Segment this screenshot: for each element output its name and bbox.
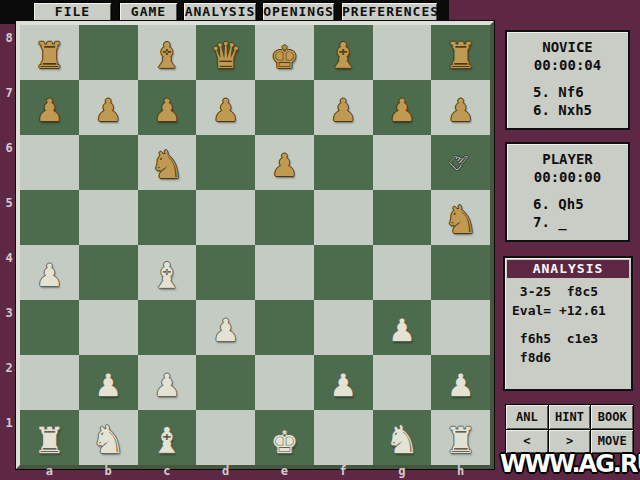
piece-white-knight-b1[interactable]: ♞ — [95, 416, 122, 460]
rank-label-2: 2 — [2, 355, 16, 410]
novice-move-line: 5. Nf6 — [533, 83, 628, 101]
player-move-list: 6. Qh5 7. _ — [507, 195, 628, 231]
square-f4[interactable] — [314, 245, 373, 300]
square-a8[interactable]: ♜ — [20, 25, 79, 80]
menu-analysis[interactable]: ANALYSIS — [183, 2, 257, 22]
piece-white-pawn-a4[interactable]: ♟ — [38, 254, 61, 292]
piece-white-king-e1[interactable]: ♚ — [271, 416, 298, 460]
square-a4[interactable]: ♟ — [20, 245, 79, 300]
square-g1[interactable]: ♞ — [373, 410, 432, 465]
piece-white-pawn-d3[interactable]: ♟ — [214, 309, 237, 347]
analysis-eval-line: Eval= +12.61 — [512, 301, 631, 320]
square-h7[interactable]: ♟ — [431, 80, 490, 135]
piece-white-pawn-f2[interactable]: ♟ — [332, 364, 355, 402]
file-label-a: a — [20, 464, 79, 479]
square-g7[interactable]: ♟ — [373, 80, 432, 135]
square-h1[interactable]: ♜ — [431, 410, 490, 465]
file-label-c: c — [138, 464, 197, 479]
rank-label-7: 7 — [2, 80, 16, 135]
piece-white-pawn-h2[interactable]: ♟ — [449, 364, 472, 402]
square-a1[interactable]: ♜ — [20, 410, 79, 465]
square-d4[interactable] — [196, 245, 255, 300]
piece-black-pawn-b7[interactable]: ♟ — [97, 89, 120, 127]
square-g8[interactable] — [373, 25, 432, 80]
square-e3[interactable] — [255, 300, 314, 355]
player-title: PLAYER — [507, 151, 628, 167]
square-f5[interactable] — [314, 190, 373, 245]
analysis-output: 3-25 f8c5 Eval= +12.61 f6h5 c1e3 f8d6 — [505, 280, 631, 367]
piece-black-bishop-f8[interactable]: ♝ — [330, 31, 357, 75]
player-clock-panel: PLAYER 00:00:00 6. Qh5 7. _ — [505, 142, 630, 242]
rank-label-1: 1 — [2, 410, 16, 465]
square-h5[interactable]: ♞ — [431, 190, 490, 245]
square-e1[interactable]: ♚ — [255, 410, 314, 465]
analysis-pv-line: f8d6 — [512, 348, 631, 367]
book-button[interactable]: BOOK — [591, 405, 633, 429]
piece-white-pawn-c2[interactable]: ♟ — [155, 364, 178, 402]
square-d3[interactable]: ♟ — [196, 300, 255, 355]
square-g5[interactable] — [373, 190, 432, 245]
piece-black-king-e8[interactable]: ♚ — [271, 31, 298, 75]
square-b4[interactable] — [79, 245, 138, 300]
rank-label-8: 8 — [2, 25, 16, 80]
square-g4[interactable] — [373, 245, 432, 300]
piece-black-pawn-g7[interactable]: ♟ — [390, 89, 413, 127]
square-g6[interactable] — [373, 135, 432, 190]
file-label-b: b — [79, 464, 138, 479]
piece-white-pawn-b2[interactable]: ♟ — [97, 364, 120, 402]
analysis-panel: ANALYSIS 3-25 f8c5 Eval= +12.61 f6h5 c1e… — [503, 256, 633, 391]
analysis-depth-line: 3-25 f8c5 — [512, 282, 631, 301]
menu-file[interactable]: FILE — [33, 2, 112, 22]
piece-white-pawn-g3[interactable]: ♟ — [390, 309, 413, 347]
piece-black-pawn-h7[interactable]: ♟ — [449, 89, 472, 127]
rank-label-5: 5 — [2, 190, 16, 245]
square-c5[interactable] — [138, 190, 197, 245]
piece-white-rook-h1[interactable]: ♜ — [447, 416, 474, 460]
ag-ru-watermark: WWW.AG.RU — [500, 449, 640, 478]
square-f7[interactable]: ♟ — [314, 80, 373, 135]
square-f8[interactable]: ♝ — [314, 25, 373, 80]
novice-move-list: 5. Nf6 6. Nxh5 — [507, 83, 628, 119]
piece-black-knight-c6[interactable]: ♞ — [154, 141, 181, 185]
menu-openings[interactable]: OPENINGS — [262, 2, 335, 22]
square-c8[interactable]: ♝ — [138, 25, 197, 80]
square-b8[interactable] — [79, 25, 138, 80]
square-h8[interactable]: ♜ — [431, 25, 490, 80]
board-frame: ♜♝♛♚♝♜♟♟♟♟♟♟♟♞♟♞♟♝♟♟♟♟♟♟♜♞♝♚♞♜ — [16, 21, 494, 469]
square-d8[interactable]: ♛ — [196, 25, 255, 80]
menu-preferences[interactable]: PREFERENCES — [341, 2, 438, 22]
square-d2[interactable] — [196, 355, 255, 410]
square-f1[interactable] — [314, 410, 373, 465]
file-label-g: g — [373, 464, 432, 479]
analysis-title: ANALYSIS — [507, 260, 629, 278]
anl-button[interactable]: ANL — [506, 405, 548, 429]
square-d5[interactable] — [196, 190, 255, 245]
square-f6[interactable] — [314, 135, 373, 190]
piece-white-bishop-c1[interactable]: ♝ — [154, 416, 181, 460]
rank-labels: 87654321 — [2, 25, 16, 465]
novice-move-line: 6. Nxh5 — [533, 101, 628, 119]
square-a5[interactable] — [20, 190, 79, 245]
square-d6[interactable] — [196, 135, 255, 190]
square-e7[interactable] — [255, 80, 314, 135]
player-clock: 00:00:00 — [507, 169, 628, 185]
square-g3[interactable]: ♟ — [373, 300, 432, 355]
square-b1[interactable]: ♞ — [79, 410, 138, 465]
piece-white-knight-g1[interactable]: ♞ — [389, 416, 416, 460]
square-d1[interactable] — [196, 410, 255, 465]
piece-black-pawn-c7[interactable]: ♟ — [155, 89, 178, 127]
piece-white-bishop-c4[interactable]: ♝ — [154, 251, 181, 295]
square-g2[interactable] — [373, 355, 432, 410]
square-d7[interactable]: ♟ — [196, 80, 255, 135]
player-move-line: 6. Qh5 — [533, 195, 628, 213]
square-e6[interactable]: ♟ — [255, 135, 314, 190]
piece-black-knight-h5[interactable]: ♞ — [447, 196, 474, 240]
square-e8[interactable]: ♚ — [255, 25, 314, 80]
square-c3[interactable] — [138, 300, 197, 355]
square-c4[interactable]: ♝ — [138, 245, 197, 300]
square-f2[interactable]: ♟ — [314, 355, 373, 410]
piece-black-pawn-a7[interactable]: ♟ — [38, 89, 61, 127]
square-e5[interactable] — [255, 190, 314, 245]
square-f3[interactable] — [314, 300, 373, 355]
control-button-grid: ANL HINT BOOK < > MOVE — [505, 404, 634, 454]
piece-black-pawn-f7[interactable]: ♟ — [332, 89, 355, 127]
square-a6[interactable] — [20, 135, 79, 190]
file-label-d: d — [196, 464, 255, 479]
file-label-e: e — [255, 464, 314, 479]
file-label-f: f — [314, 464, 373, 479]
square-c7[interactable]: ♟ — [138, 80, 197, 135]
square-a7[interactable]: ♟ — [20, 80, 79, 135]
menu-game[interactable]: GAME — [119, 2, 178, 22]
piece-black-pawn-d7[interactable]: ♟ — [214, 89, 237, 127]
chess-board: ♜♝♛♚♝♜♟♟♟♟♟♟♟♞♟♞♟♝♟♟♟♟♟♟♜♞♝♚♞♜ — [20, 25, 490, 465]
square-e2[interactable] — [255, 355, 314, 410]
piece-white-rook-a1[interactable]: ♜ — [36, 416, 63, 460]
file-labels: abcdefgh — [20, 464, 490, 479]
square-b7[interactable]: ♟ — [79, 80, 138, 135]
app-window: FILE GAME ANALYSIS OPENINGS PREFERENCES … — [0, 0, 640, 480]
piece-black-rook-h8[interactable]: ♜ — [447, 31, 474, 75]
novice-clock: 00:00:04 — [507, 57, 628, 73]
novice-clock-panel: NOVICE 00:00:04 5. Nf6 6. Nxh5 — [505, 30, 630, 130]
square-c1[interactable]: ♝ — [138, 410, 197, 465]
player-move-line: 7. _ — [533, 213, 628, 231]
square-h4[interactable] — [431, 245, 490, 300]
square-h2[interactable]: ♟ — [431, 355, 490, 410]
square-a3[interactable] — [20, 300, 79, 355]
square-c6[interactable]: ♞ — [138, 135, 197, 190]
rank-label-3: 3 — [2, 300, 16, 355]
square-h3[interactable] — [431, 300, 490, 355]
square-b6[interactable] — [79, 135, 138, 190]
analysis-pv-line: f6h5 c1e3 — [512, 329, 631, 348]
piece-black-bishop-c8[interactable]: ♝ — [154, 31, 181, 75]
square-c2[interactable]: ♟ — [138, 355, 197, 410]
rank-label-4: 4 — [2, 245, 16, 300]
square-a2[interactable] — [20, 355, 79, 410]
square-b2[interactable]: ♟ — [79, 355, 138, 410]
piece-black-rook-a8[interactable]: ♜ — [36, 31, 63, 75]
rank-label-6: 6 — [2, 135, 16, 190]
novice-title: NOVICE — [507, 39, 628, 55]
piece-black-queen-d8[interactable]: ♛ — [212, 31, 239, 75]
square-b5[interactable] — [79, 190, 138, 245]
square-e4[interactable] — [255, 245, 314, 300]
file-label-h: h — [431, 464, 490, 479]
piece-black-pawn-e6[interactable]: ♟ — [273, 144, 296, 182]
square-b3[interactable] — [79, 300, 138, 355]
hint-button[interactable]: HINT — [549, 405, 591, 429]
